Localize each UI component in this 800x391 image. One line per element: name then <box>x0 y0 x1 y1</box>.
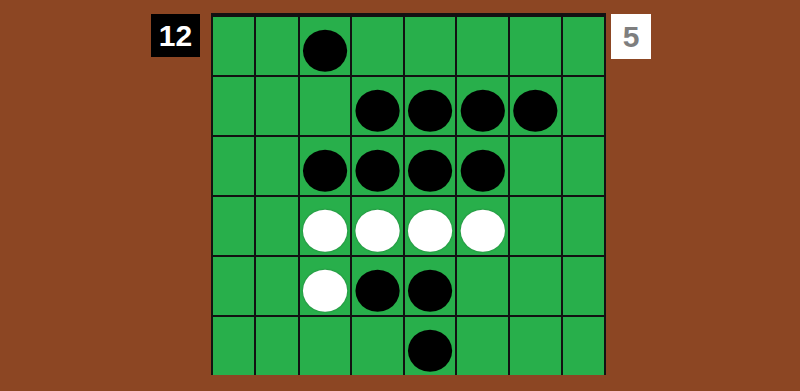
board-cell-c4[interactable]: ● <box>300 137 351 195</box>
white-disc: ● <box>300 198 351 253</box>
black-disc: ● <box>405 78 456 133</box>
board-cell-g5[interactable] <box>510 197 561 255</box>
othello-board: ●●●●●●●●●●●●●●●●● <box>211 13 606 375</box>
board-cell-g7[interactable] <box>510 317 561 375</box>
board-cell-h5[interactable] <box>563 197 604 255</box>
board-cell-f3[interactable]: ● <box>457 77 508 135</box>
white-disc: ● <box>352 198 403 253</box>
board-cell-h2[interactable] <box>563 17 604 75</box>
board-cell-d6[interactable]: ● <box>352 257 403 315</box>
board-cell-e3[interactable]: ● <box>405 77 456 135</box>
board-cell-h4[interactable] <box>563 137 604 195</box>
board-cell-a3[interactable] <box>213 77 254 135</box>
board-cell-d3[interactable]: ● <box>352 77 403 135</box>
board-cell-g4[interactable] <box>510 137 561 195</box>
board-cell-b7[interactable] <box>256 317 297 375</box>
board-cell-g3[interactable]: ● <box>510 77 561 135</box>
board-cell-g2[interactable] <box>510 17 561 75</box>
board-cell-e7[interactable]: ● <box>405 317 456 375</box>
white-disc: ● <box>457 198 508 253</box>
board-cell-e2[interactable] <box>405 17 456 75</box>
black-score-value: 12 <box>159 19 192 53</box>
black-disc: ● <box>457 138 508 193</box>
board-cell-f5[interactable]: ● <box>457 197 508 255</box>
black-disc: ● <box>405 138 456 193</box>
board-cell-h3[interactable] <box>563 77 604 135</box>
board-cell-c5[interactable]: ● <box>300 197 351 255</box>
board-cell-c3[interactable] <box>300 77 351 135</box>
white-disc: ● <box>300 258 351 313</box>
white-score-value: 5 <box>623 20 640 54</box>
board-cell-a6[interactable] <box>213 257 254 315</box>
black-disc: ● <box>300 138 351 193</box>
board-cell-e6[interactable]: ● <box>405 257 456 315</box>
board-cell-b2[interactable] <box>256 17 297 75</box>
board-cell-e5[interactable]: ● <box>405 197 456 255</box>
board-cell-a7[interactable] <box>213 317 254 375</box>
board-cell-a2[interactable] <box>213 17 254 75</box>
black-disc: ● <box>352 138 403 193</box>
board-cell-b6[interactable] <box>256 257 297 315</box>
black-disc: ● <box>352 258 403 313</box>
board-cell-f2[interactable] <box>457 17 508 75</box>
black-disc: ● <box>352 78 403 133</box>
black-disc: ● <box>405 258 456 313</box>
board-cell-d2[interactable] <box>352 17 403 75</box>
black-disc: ● <box>510 78 561 133</box>
board-cell-a5[interactable] <box>213 197 254 255</box>
black-disc: ● <box>405 318 456 373</box>
board-cell-b4[interactable] <box>256 137 297 195</box>
black-disc: ● <box>457 78 508 133</box>
board-cell-e4[interactable]: ● <box>405 137 456 195</box>
board-cell-h7[interactable] <box>563 317 604 375</box>
board-cell-f7[interactable] <box>457 317 508 375</box>
board-cell-h6[interactable] <box>563 257 604 315</box>
board-cell-c2[interactable]: ● <box>300 17 351 75</box>
black-score-badge: 12 <box>151 14 200 57</box>
board-cell-d7[interactable] <box>352 317 403 375</box>
board-cell-b3[interactable] <box>256 77 297 135</box>
board-cell-a4[interactable] <box>213 137 254 195</box>
board-cell-d5[interactable]: ● <box>352 197 403 255</box>
white-disc: ● <box>405 198 456 253</box>
board-cell-f6[interactable] <box>457 257 508 315</box>
board-cell-b5[interactable] <box>256 197 297 255</box>
black-disc: ● <box>300 18 351 73</box>
white-score-badge: 5 <box>611 14 651 59</box>
board-cell-c6[interactable]: ● <box>300 257 351 315</box>
board-cell-d4[interactable]: ● <box>352 137 403 195</box>
board-cell-f4[interactable]: ● <box>457 137 508 195</box>
board-cell-c7[interactable] <box>300 317 351 375</box>
board-cell-g6[interactable] <box>510 257 561 315</box>
game-background: 12 ●●●●●●●●●●●●●●●●● 5 <box>0 0 800 391</box>
